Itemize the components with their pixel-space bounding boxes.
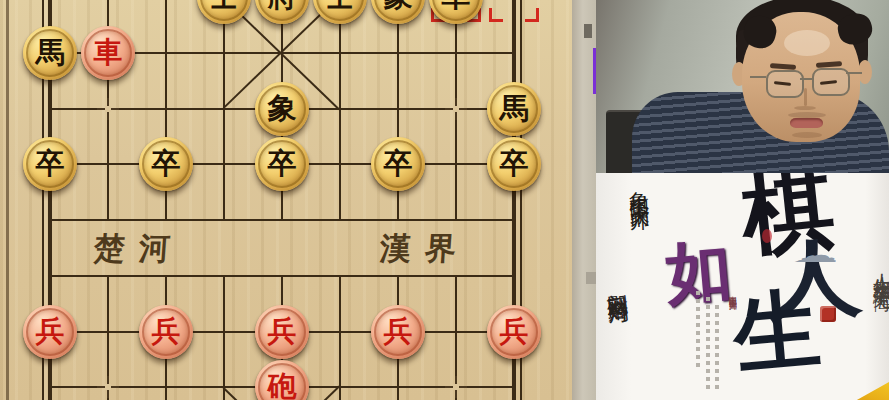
point-4-4[interactable] — [253, 192, 311, 248]
point-6-2[interactable] — [369, 81, 427, 137]
fine-print-column — [706, 297, 710, 393]
point-8-0[interactable] — [485, 0, 543, 25]
point-5-1[interactable] — [311, 25, 369, 81]
fine-print-column — [696, 291, 700, 371]
point-5-2[interactable] — [311, 81, 369, 137]
point-6-7[interactable] — [369, 359, 427, 400]
forehead-highlight — [784, 30, 830, 56]
point-3-5[interactable] — [195, 248, 253, 304]
piece-black-soldier[interactable]: 卒 — [139, 137, 193, 191]
piece-black-soldier[interactable]: 卒 — [23, 137, 77, 191]
point-7-1[interactable] — [427, 25, 485, 81]
strip-notch — [584, 24, 592, 38]
point-0-5[interactable] — [21, 248, 79, 304]
nose-shadow — [794, 106, 816, 110]
edge-calligraphy-column: 人生如棋落子无悔 — [870, 259, 889, 283]
point-1-6[interactable] — [79, 304, 137, 360]
piece-red-soldier[interactable]: 兵 — [487, 305, 541, 359]
point-8-4[interactable] — [485, 192, 543, 248]
chin-shadow — [792, 132, 822, 138]
calligraphy-poster: 象棋国家大师 刘殿网络对局 棋 如 人 生 ☁ 中国象棋国家大师 人生如棋落子无… — [596, 173, 889, 400]
point-0-2[interactable] — [21, 81, 79, 137]
point-8-7[interactable] — [485, 359, 543, 400]
mouth — [790, 118, 823, 128]
window-side-strip — [572, 0, 596, 400]
point-1-7[interactable] — [79, 359, 137, 400]
point-8-5[interactable] — [485, 248, 543, 304]
point-4-1[interactable] — [253, 25, 311, 81]
fine-print-column — [715, 305, 719, 393]
poster-subtitle: 刘殿网络对局 — [600, 276, 629, 291]
webcam-video — [596, 0, 889, 173]
point-2-0[interactable] — [137, 0, 195, 25]
presenter-face — [742, 12, 860, 142]
poster-master-title: 象棋国家大师 — [626, 175, 654, 200]
title-char-sheng: 生 — [730, 285, 823, 378]
point-3-1[interactable] — [195, 25, 253, 81]
glasses-bridge — [800, 78, 812, 80]
piece-red-soldier[interactable]: 兵 — [139, 305, 193, 359]
piece-red-soldier[interactable]: 兵 — [371, 305, 425, 359]
point-1-5[interactable] — [79, 248, 137, 304]
point-3-2[interactable] — [195, 81, 253, 137]
point-1-0[interactable] — [79, 0, 137, 25]
piece-black-horse[interactable]: 馬 — [23, 26, 77, 80]
point-5-5[interactable] — [311, 248, 369, 304]
eyebrow-left — [770, 63, 796, 70]
point-2-4[interactable] — [137, 192, 195, 248]
point-6-4[interactable] — [369, 192, 427, 248]
point-1-2[interactable] — [79, 81, 137, 137]
presenter-head — [736, 0, 868, 150]
strip-tab — [586, 272, 596, 284]
point-7-6[interactable] — [427, 304, 485, 360]
point-3-6[interactable] — [195, 304, 253, 360]
point-7-5[interactable] — [427, 248, 485, 304]
piece-black-elephant[interactable]: 象 — [255, 82, 309, 136]
point-5-7[interactable] — [311, 359, 369, 400]
point-7-3[interactable] — [427, 136, 485, 192]
nose — [804, 88, 807, 106]
seal-stamp — [820, 306, 836, 322]
point-7-4[interactable] — [427, 192, 485, 248]
xiangqi-board: 楚河 漢界 士將士象車馬車象馬卒卒卒卒卒兵兵兵兵兵砲 — [0, 0, 572, 400]
point-0-7[interactable] — [21, 359, 79, 400]
piece-red-soldier[interactable]: 兵 — [255, 305, 309, 359]
eyebrow-right — [816, 61, 842, 68]
point-1-3[interactable] — [79, 136, 137, 192]
board-frame-edge — [6, 0, 9, 400]
point-3-3[interactable] — [195, 136, 253, 192]
glasses-temple-left — [750, 76, 766, 78]
point-7-2[interactable] — [427, 81, 485, 137]
point-2-5[interactable] — [137, 248, 195, 304]
cloud-motif: ☁ — [792, 243, 833, 267]
point-6-1[interactable] — [369, 25, 427, 81]
point-5-6[interactable] — [311, 304, 369, 360]
screenshot-stage: 楚河 漢界 士將士象車馬車象馬卒卒卒卒卒兵兵兵兵兵砲 — [0, 0, 889, 400]
point-0-0[interactable] — [21, 0, 79, 25]
point-6-5[interactable] — [369, 248, 427, 304]
point-3-4[interactable] — [195, 192, 253, 248]
point-7-7[interactable] — [427, 359, 485, 400]
gold-star-graphic — [840, 369, 889, 400]
point-0-4[interactable] — [21, 192, 79, 248]
piece-black-soldier[interactable]: 卒 — [255, 137, 309, 191]
point-8-1[interactable] — [485, 25, 543, 81]
point-5-3[interactable] — [311, 136, 369, 192]
point-5-4[interactable] — [311, 192, 369, 248]
piece-black-soldier[interactable]: 卒 — [371, 137, 425, 191]
tiny-caption: 中国象棋国家大师 — [726, 289, 737, 353]
point-4-5[interactable] — [253, 248, 311, 304]
point-2-7[interactable] — [137, 359, 195, 400]
piece-black-soldier[interactable]: 卒 — [487, 137, 541, 191]
point-1-4[interactable] — [79, 192, 137, 248]
piece-black-horse[interactable]: 馬 — [487, 82, 541, 136]
point-2-2[interactable] — [137, 81, 195, 137]
point-2-1[interactable] — [137, 25, 195, 81]
point-3-7[interactable] — [195, 359, 253, 400]
piece-red-soldier[interactable]: 兵 — [23, 305, 77, 359]
glasses-temple-right — [846, 72, 862, 74]
piece-red-chariot[interactable]: 車 — [81, 26, 135, 80]
